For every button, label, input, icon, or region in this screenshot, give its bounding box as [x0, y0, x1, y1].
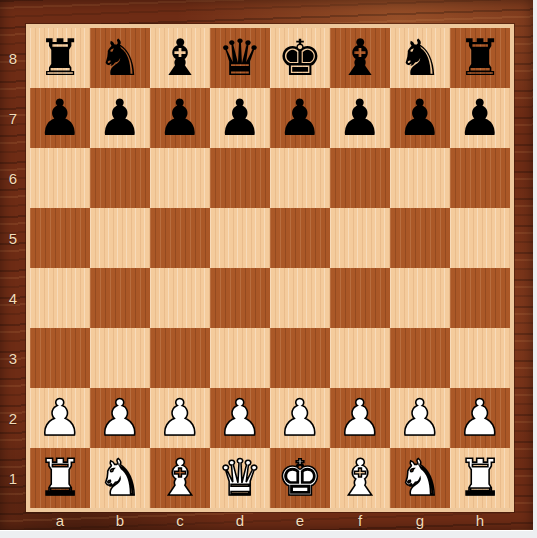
square-h7[interactable]: ♟ [450, 88, 510, 148]
rank-label-7: 7 [0, 88, 26, 148]
square-b2[interactable]: ♟ [90, 388, 150, 448]
file-label-f: f [330, 510, 390, 530]
square-b6[interactable] [90, 148, 150, 208]
square-a1[interactable]: ♜ [30, 448, 90, 508]
piece-white-pawn[interactable]: ♟ [158, 389, 203, 447]
file-label-a: a [30, 510, 90, 530]
piece-white-bishop[interactable]: ♝ [338, 449, 383, 507]
piece-white-pawn[interactable]: ♟ [458, 389, 503, 447]
square-f6[interactable] [330, 148, 390, 208]
file-label-b: b [90, 510, 150, 530]
rank-label-8: 8 [0, 28, 26, 88]
rank-label-6: 6 [0, 148, 26, 208]
square-c4[interactable] [150, 268, 210, 328]
piece-black-pawn[interactable]: ♟ [398, 89, 443, 147]
piece-black-pawn[interactable]: ♟ [218, 89, 263, 147]
piece-white-pawn[interactable]: ♟ [278, 389, 323, 447]
square-b7[interactable]: ♟ [90, 88, 150, 148]
piece-black-knight[interactable]: ♞ [98, 29, 143, 87]
square-f4[interactable] [330, 268, 390, 328]
piece-black-king[interactable]: ♚ [278, 29, 323, 87]
rank-labels: 87654321 [0, 28, 26, 508]
square-b3[interactable] [90, 328, 150, 388]
square-g2[interactable]: ♟ [390, 388, 450, 448]
file-labels: abcdefgh [30, 510, 510, 530]
piece-white-king[interactable]: ♚ [278, 449, 323, 507]
square-h2[interactable]: ♟ [450, 388, 510, 448]
square-e2[interactable]: ♟ [270, 388, 330, 448]
file-label-c: c [150, 510, 210, 530]
square-d5[interactable] [210, 208, 270, 268]
square-c6[interactable] [150, 148, 210, 208]
square-h5[interactable] [450, 208, 510, 268]
rank-label-3: 3 [0, 328, 26, 388]
square-d3[interactable] [210, 328, 270, 388]
square-f7[interactable]: ♟ [330, 88, 390, 148]
square-d4[interactable] [210, 268, 270, 328]
square-e6[interactable] [270, 148, 330, 208]
piece-white-pawn[interactable]: ♟ [398, 389, 443, 447]
page-margin-right [533, 0, 537, 538]
file-label-d: d [210, 510, 270, 530]
piece-white-rook[interactable]: ♜ [38, 449, 83, 507]
square-e1[interactable]: ♚ [270, 448, 330, 508]
square-a4[interactable] [30, 268, 90, 328]
square-a2[interactable]: ♟ [30, 388, 90, 448]
square-d7[interactable]: ♟ [210, 88, 270, 148]
chess-board[interactable]: ♜♞♝♛♚♝♞♜♟♟♟♟♟♟♟♟♟♟♟♟♟♟♟♟♜♞♝♛♚♝♞♜ [26, 24, 514, 512]
square-f5[interactable] [330, 208, 390, 268]
square-g1[interactable]: ♞ [390, 448, 450, 508]
piece-black-pawn[interactable]: ♟ [98, 89, 143, 147]
square-d6[interactable] [210, 148, 270, 208]
square-d2[interactable]: ♟ [210, 388, 270, 448]
square-g7[interactable]: ♟ [390, 88, 450, 148]
rank-label-2: 2 [0, 388, 26, 448]
piece-black-rook[interactable]: ♜ [458, 29, 503, 87]
piece-black-queen[interactable]: ♛ [218, 29, 263, 87]
square-f3[interactable] [330, 328, 390, 388]
piece-white-queen[interactable]: ♛ [218, 449, 263, 507]
piece-white-pawn[interactable]: ♟ [338, 389, 383, 447]
piece-black-pawn[interactable]: ♟ [158, 89, 203, 147]
square-h8[interactable]: ♜ [450, 28, 510, 88]
square-c7[interactable]: ♟ [150, 88, 210, 148]
square-g4[interactable] [390, 268, 450, 328]
file-label-h: h [450, 510, 510, 530]
square-g8[interactable]: ♞ [390, 28, 450, 88]
square-c2[interactable]: ♟ [150, 388, 210, 448]
square-e3[interactable] [270, 328, 330, 388]
piece-black-pawn[interactable]: ♟ [458, 89, 503, 147]
file-label-e: e [270, 510, 330, 530]
square-d1[interactable]: ♛ [210, 448, 270, 508]
square-g5[interactable] [390, 208, 450, 268]
square-c1[interactable]: ♝ [150, 448, 210, 508]
square-a5[interactable] [30, 208, 90, 268]
square-e7[interactable]: ♟ [270, 88, 330, 148]
piece-black-knight[interactable]: ♞ [398, 29, 443, 87]
piece-black-pawn[interactable]: ♟ [38, 89, 83, 147]
square-f8[interactable]: ♝ [330, 28, 390, 88]
square-c3[interactable] [150, 328, 210, 388]
piece-black-pawn[interactable]: ♟ [338, 89, 383, 147]
file-label-g: g [390, 510, 450, 530]
square-a7[interactable]: ♟ [30, 88, 90, 148]
square-b8[interactable]: ♞ [90, 28, 150, 88]
page-background: 87654321 abcdefgh ♜♞♝♛♚♝♞♜♟♟♟♟♟♟♟♟♟♟♟♟♟♟… [0, 0, 537, 538]
square-e4[interactable] [270, 268, 330, 328]
square-c5[interactable] [150, 208, 210, 268]
piece-black-pawn[interactable]: ♟ [278, 89, 323, 147]
square-f1[interactable]: ♝ [330, 448, 390, 508]
rank-label-1: 1 [0, 448, 26, 508]
chess-board-frame: 87654321 abcdefgh ♜♞♝♛♚♝♞♜♟♟♟♟♟♟♟♟♟♟♟♟♟♟… [0, 0, 533, 530]
square-a8[interactable]: ♜ [30, 28, 90, 88]
square-b5[interactable] [90, 208, 150, 268]
square-c8[interactable]: ♝ [150, 28, 210, 88]
piece-black-rook[interactable]: ♜ [38, 29, 83, 87]
piece-white-pawn[interactable]: ♟ [38, 389, 83, 447]
square-g6[interactable] [390, 148, 450, 208]
square-h3[interactable] [450, 328, 510, 388]
square-b4[interactable] [90, 268, 150, 328]
square-b1[interactable]: ♞ [90, 448, 150, 508]
square-e5[interactable] [270, 208, 330, 268]
square-e8[interactable]: ♚ [270, 28, 330, 88]
square-h1[interactable]: ♜ [450, 448, 510, 508]
rank-label-5: 5 [0, 208, 26, 268]
piece-white-pawn[interactable]: ♟ [218, 389, 263, 447]
piece-white-pawn[interactable]: ♟ [98, 389, 143, 447]
piece-white-rook[interactable]: ♜ [458, 449, 503, 507]
piece-black-bishop[interactable]: ♝ [338, 29, 383, 87]
square-d8[interactable]: ♛ [210, 28, 270, 88]
piece-white-bishop[interactable]: ♝ [158, 449, 203, 507]
piece-white-knight[interactable]: ♞ [398, 449, 443, 507]
rank-label-4: 4 [0, 268, 26, 328]
square-f2[interactable]: ♟ [330, 388, 390, 448]
piece-white-knight[interactable]: ♞ [98, 449, 143, 507]
square-h4[interactable] [450, 268, 510, 328]
piece-black-bishop[interactable]: ♝ [158, 29, 203, 87]
page-margin-bottom [0, 530, 537, 538]
square-g3[interactable] [390, 328, 450, 388]
square-h6[interactable] [450, 148, 510, 208]
square-a3[interactable] [30, 328, 90, 388]
square-a6[interactable] [30, 148, 90, 208]
